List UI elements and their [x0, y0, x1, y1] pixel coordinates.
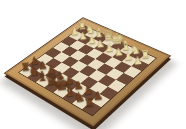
- square-h8[interactable]: ♜: [82, 101, 101, 115]
- scene-perspective: ♜♞♝♛♚♝♞♜♟♟♟♟♟♟♟♟♟♟♟♟♟♟♟♟♜♞♝♛♚♝♞♜: [0, 0, 180, 129]
- piece-white-pawn-h2[interactable]: ♟: [131, 55, 144, 67]
- chess-set-photo: ♜♞♝♛♚♝♞♜♟♟♟♟♟♟♟♟♟♟♟♟♟♟♟♟♜♞♝♛♚♝♞♜: [0, 0, 186, 129]
- chessboard: ♜♞♝♛♚♝♞♜♟♟♟♟♟♟♟♟♟♟♟♟♟♟♟♟♜♞♝♛♚♝♞♜: [4, 17, 171, 127]
- scene-tilt: ♜♞♝♛♚♝♞♜♟♟♟♟♟♟♟♟♟♟♟♟♟♟♟♟♜♞♝♛♚♝♞♜: [0, 0, 180, 129]
- piece-black-rook-h8[interactable]: ♜: [82, 96, 97, 110]
- square-h2[interactable]: ♟: [131, 59, 148, 70]
